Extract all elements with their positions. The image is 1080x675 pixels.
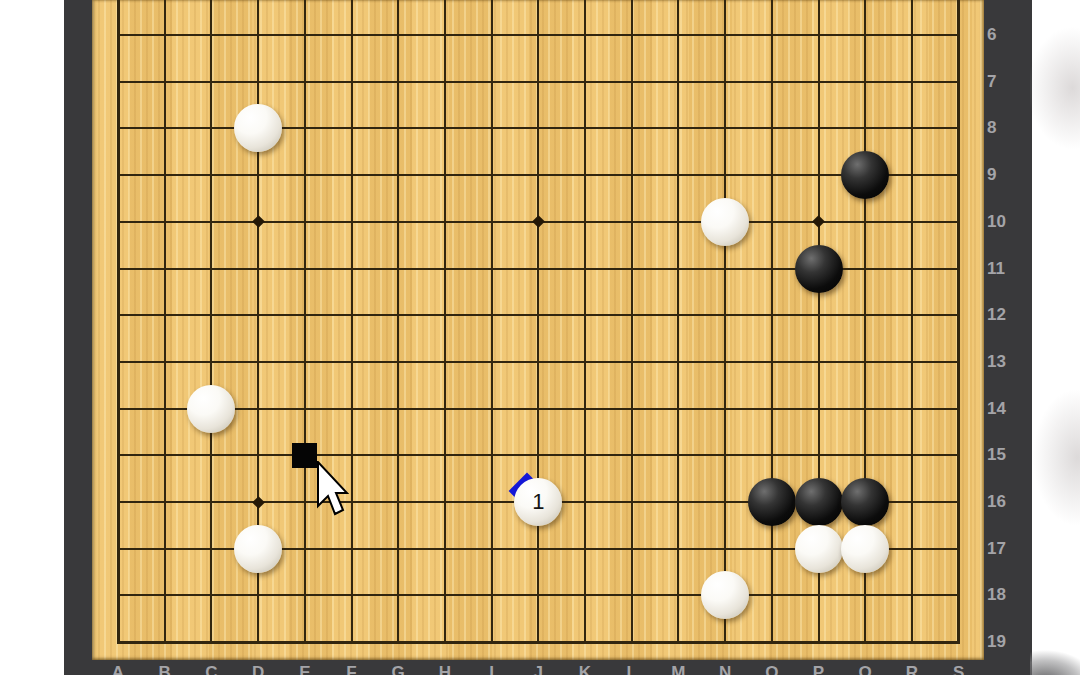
stone-white-C14 xyxy=(187,385,235,433)
grid-line-horizontal xyxy=(117,641,961,644)
stone-white-D17 xyxy=(234,525,282,573)
stone-black-O16 xyxy=(748,478,796,526)
grid-line-horizontal xyxy=(117,454,961,456)
stone-white-J16: 1 xyxy=(514,478,562,526)
stone-black-Q9 xyxy=(841,151,889,199)
star-point-J10 xyxy=(532,215,545,228)
stone-white-N18 xyxy=(701,571,749,619)
black-square-marker-E15 xyxy=(292,443,317,468)
grid-line-horizontal xyxy=(117,34,961,36)
stone-black-P11 xyxy=(795,245,843,293)
grid-line-horizontal xyxy=(117,174,961,176)
stone-white-N10 xyxy=(701,198,749,246)
stone-white-P17 xyxy=(795,525,843,573)
star-point-P10 xyxy=(812,215,825,228)
background-shape-bottom xyxy=(1030,628,1080,675)
grid-line-horizontal xyxy=(117,81,961,83)
background-smudge-top xyxy=(1030,25,1080,165)
stone-black-Q16 xyxy=(841,478,889,526)
stone-black-P16 xyxy=(795,478,843,526)
video-frame: 1 678910111213141516171819ABCDEFGHIJKLMN… xyxy=(0,0,1080,675)
go-board[interactable]: 1 xyxy=(92,0,984,660)
background-smudge-middle xyxy=(1030,375,1080,540)
stone-white-D8 xyxy=(234,104,282,152)
mouse-cursor xyxy=(317,461,349,517)
star-point-D16 xyxy=(252,496,265,509)
star-point-D10 xyxy=(252,215,265,228)
move-number-label: 1 xyxy=(532,491,544,513)
stone-white-Q17 xyxy=(841,525,889,573)
grid-line-horizontal xyxy=(117,408,961,410)
grid-line-horizontal xyxy=(117,314,961,316)
grid-line-horizontal xyxy=(117,594,961,596)
grid-line-horizontal xyxy=(117,361,961,363)
